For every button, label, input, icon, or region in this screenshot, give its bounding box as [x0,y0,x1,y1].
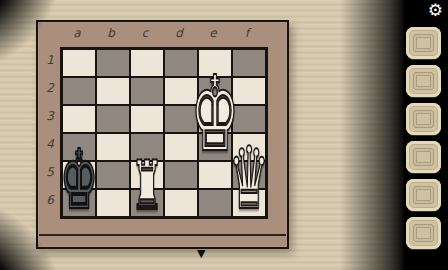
frame-tray-line [39,234,286,236]
square-b4[interactable] [97,134,129,160]
square-c1[interactable] [131,50,163,76]
square-a1[interactable] [63,50,95,76]
rank-label-5: 5 [43,158,57,186]
square-b5[interactable] [97,162,129,188]
inventory-slot-inner [413,224,434,242]
inventory-slot-inner [413,186,434,204]
inventory-slot-4[interactable] [406,141,441,173]
inventory-slot-3[interactable] [406,103,441,135]
file-label-e: e [196,26,230,40]
rank-label-2: 2 [43,74,57,102]
square-c3[interactable] [131,106,163,132]
chessboard-frame: abcdef 123456 ♚♜♚♛ [36,20,289,249]
game-scene: abcdef 123456 ♚♜♚♛ ▼ ⚙ [0,0,448,270]
rank-label-4: 4 [43,130,57,158]
inventory-slot-5[interactable] [406,179,441,211]
inventory-slot-inner [413,72,434,90]
inventory-slot-inner [413,148,434,166]
file-label-d: d [162,26,196,40]
square-c2[interactable] [131,78,163,104]
piece-white-rook-c6[interactable]: ♜ [131,152,163,220]
inventory-slot-6[interactable] [406,217,441,249]
inventory-slot-2[interactable] [406,65,441,97]
file-label-f: f [230,26,264,40]
square-b2[interactable] [97,78,129,104]
square-b6[interactable] [97,190,129,216]
square-b3[interactable] [97,106,129,132]
square-b1[interactable] [97,50,129,76]
square-d6[interactable] [165,190,197,216]
inventory-sidebar: ⚙ [404,0,448,270]
square-a3[interactable] [63,106,95,132]
gear-icon[interactable]: ⚙ [428,0,443,21]
piece-white-queen-f6[interactable]: ♛ [229,135,269,221]
file-label-a: a [60,26,94,40]
inventory-slot-1[interactable] [406,27,441,59]
rank-labels: 123456 [43,46,57,214]
square-e6[interactable] [199,190,231,216]
piece-black-king-a6[interactable]: ♚ [60,139,98,221]
rank-label-3: 3 [43,102,57,130]
square-a2[interactable] [63,78,95,104]
inventory-slot-inner [413,34,434,52]
file-labels: abcdef [60,26,264,40]
inventory-slots [406,27,441,249]
inventory-slot-inner [413,110,434,128]
rank-label-1: 1 [43,46,57,74]
navigate-down-arrow[interactable]: ▼ [197,248,205,259]
file-label-b: b [94,26,128,40]
file-label-c: c [128,26,162,40]
rank-label-6: 6 [43,186,57,214]
